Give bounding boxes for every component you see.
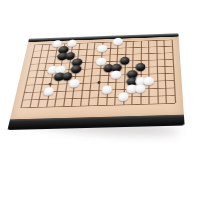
- white-stone: [101, 85, 112, 94]
- board-face: [10, 37, 184, 120]
- grid-line-vertical: [156, 40, 159, 103]
- board-grid: [21, 40, 175, 108]
- grid-line-vertical: [172, 40, 177, 103]
- white-stone: [67, 39, 78, 47]
- grid-line-vertical: [29, 44, 43, 107]
- white-stone: [118, 92, 129, 101]
- white-stone: [143, 77, 154, 86]
- white-stone: [113, 38, 123, 46]
- grid-line-vertical: [140, 41, 142, 104]
- board-plane: [7, 33, 184, 130]
- star-point: [97, 81, 100, 84]
- black-stone: [71, 65, 82, 73]
- white-stone: [111, 71, 122, 80]
- white-stone: [97, 45, 107, 53]
- grid-line-vertical: [80, 43, 88, 106]
- white-stone: [135, 84, 146, 93]
- grid-line-vertical: [164, 40, 168, 103]
- go-board: [28, 36, 178, 148]
- grid-line-vertical: [88, 42, 95, 105]
- grid-line-vertical: [148, 40, 150, 103]
- black-stone: [119, 57, 129, 65]
- black-stone: [135, 63, 145, 72]
- product-photo-background: [0, 0, 200, 200]
- white-stone: [69, 79, 80, 88]
- white-stone: [43, 87, 55, 96]
- grid-line-vertical: [21, 45, 36, 108]
- star-point: [48, 83, 52, 86]
